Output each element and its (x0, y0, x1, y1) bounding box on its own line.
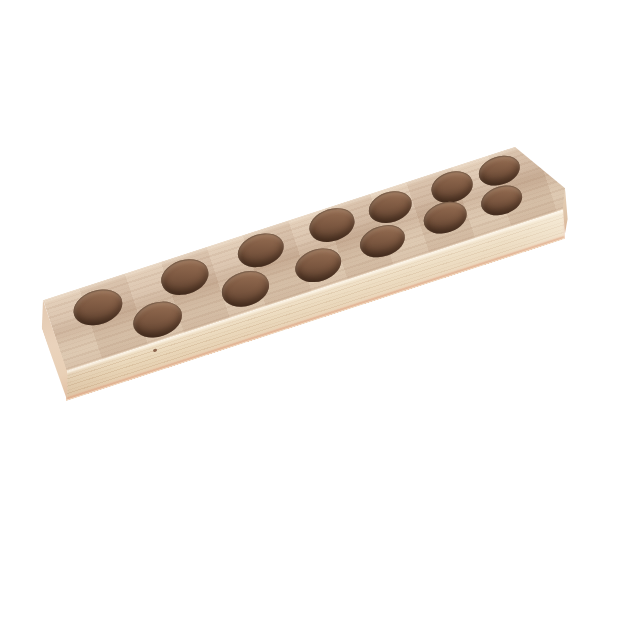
pit-f2[interactable] (217, 266, 274, 313)
pit-b2[interactable] (156, 254, 213, 301)
pit-b3[interactable] (233, 228, 288, 273)
photo-background (0, 0, 622, 622)
pit-b1[interactable] (69, 284, 127, 332)
pits-layer (43, 133, 591, 404)
pit-f6[interactable] (478, 181, 526, 221)
pit-f1[interactable] (128, 295, 187, 344)
pit-b5[interactable] (365, 186, 416, 228)
pit-b4[interactable] (305, 203, 358, 247)
pit-f4[interactable] (356, 220, 408, 263)
pit-f5[interactable] (420, 197, 470, 238)
pit-b7[interactable] (475, 151, 523, 191)
pit-f3[interactable] (290, 243, 345, 288)
